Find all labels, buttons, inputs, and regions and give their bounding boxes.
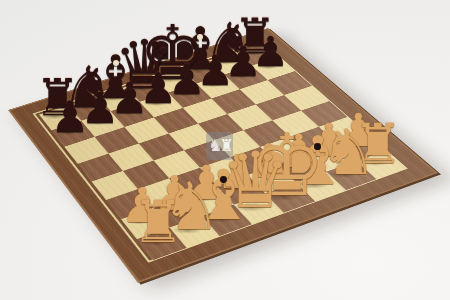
piece-white-rook-a1[interactable]: ♜ <box>132 193 184 251</box>
piece-black-pawn-a7[interactable]: ♟ <box>51 96 90 139</box>
product-photo: ♜♞♝♛♚♝♞♜♟♟♟♟♟♟♟♟♟♟♟♟♟♟♟♟♜♞♝♛♚♝♞♜ ♞♜ <box>0 0 450 300</box>
watermark-glyphs: ♞♜ <box>208 138 231 154</box>
store-watermark: ♞♜ <box>206 132 233 160</box>
